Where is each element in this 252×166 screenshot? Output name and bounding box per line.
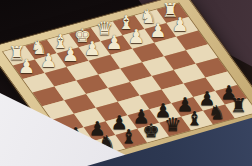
white-knight: ♞: [30, 37, 47, 56]
white-rook: ♜: [9, 43, 26, 62]
white-bishop: ♝: [118, 13, 135, 32]
chess-photo-scene: ♜♞♝♚♛♝♞♜♟♟♟♟♟♟♟♟♟♟♟♟♟♟♟♟♜♞♝♚♛♝♞♜: [0, 0, 252, 166]
white-queen: ♛: [96, 19, 113, 38]
white-rook: ♜: [162, 1, 179, 20]
white-king: ♚: [74, 25, 91, 44]
white-bishop: ♝: [52, 31, 69, 50]
white-knight: ♞: [140, 7, 157, 26]
